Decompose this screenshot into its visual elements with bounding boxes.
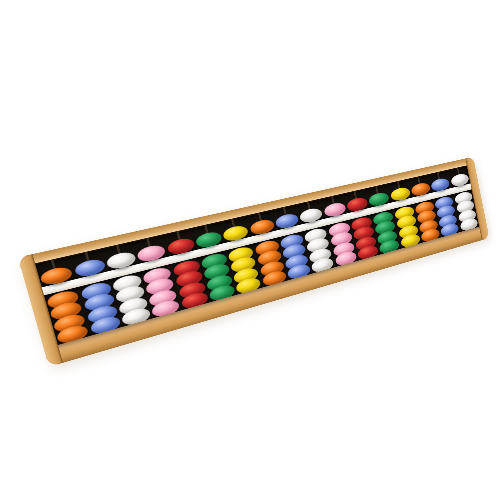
photo-background bbox=[0, 0, 500, 500]
abacus-board bbox=[18, 157, 490, 367]
